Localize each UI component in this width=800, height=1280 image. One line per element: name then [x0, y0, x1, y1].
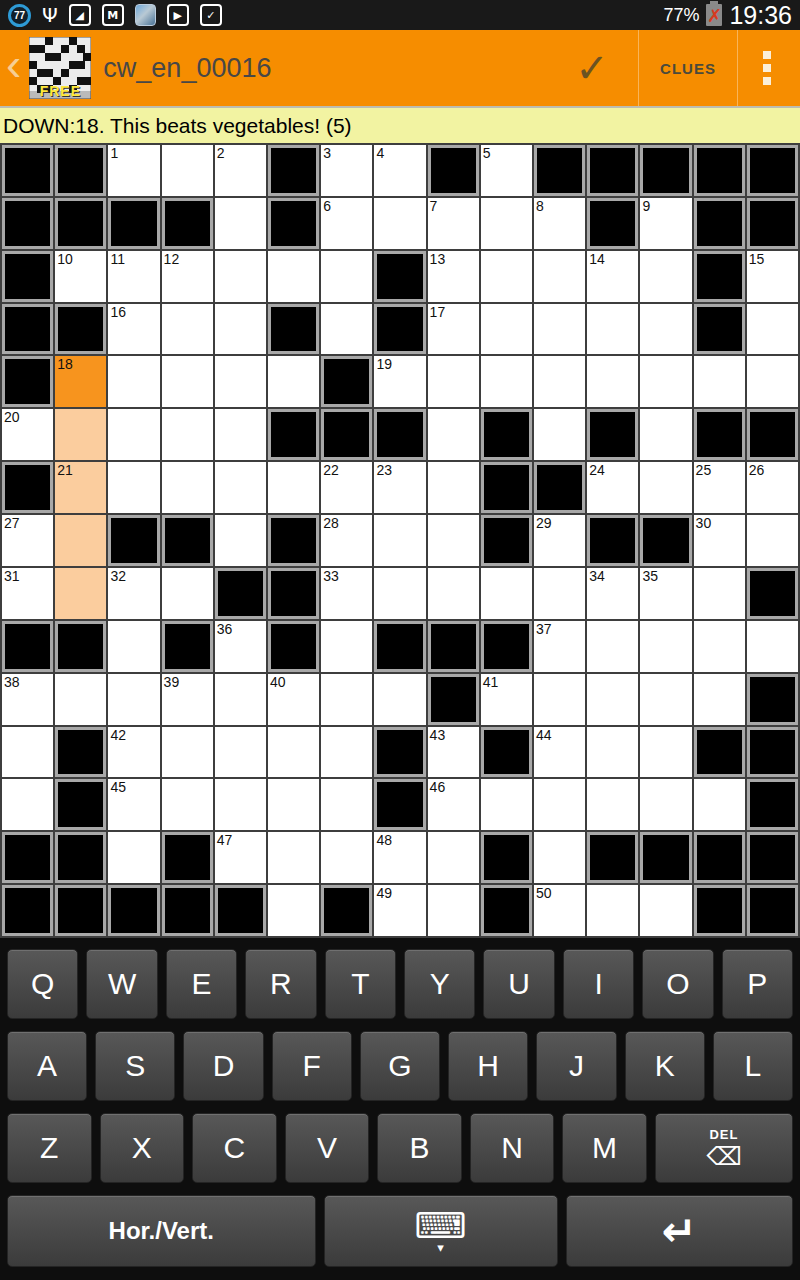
clue-number: 49: [376, 885, 392, 901]
keyboard: QWERTYUIOP ASDFGHJKL ZXCVBNM DEL ⌫ Hor./…: [0, 938, 800, 1280]
cell-r8c9[interactable]: [428, 515, 479, 566]
cell-r4c7[interactable]: [321, 304, 372, 355]
cell-r3c6[interactable]: [268, 251, 319, 302]
key-w[interactable]: W: [86, 949, 157, 1019]
orientation-toggle-button[interactable]: Hor./Vert.: [7, 1195, 316, 1267]
clue-number: 14: [589, 251, 605, 267]
cell-r5c7: [321, 356, 372, 407]
hide-keyboard-button[interactable]: ⌨ ▾: [324, 1195, 558, 1267]
clue-number: 46: [430, 779, 446, 795]
key-t[interactable]: T: [325, 949, 396, 1019]
cell-r5c4[interactable]: [162, 356, 213, 407]
cell-r14c7[interactable]: [321, 832, 372, 883]
cell-r1c14: [694, 145, 745, 196]
cell-r4c4[interactable]: [162, 304, 213, 355]
clue-number: 20: [4, 409, 20, 425]
cell-r6c8: [374, 409, 425, 460]
cell-r12c9[interactable]: 43: [428, 727, 479, 778]
clue-number: 15: [749, 251, 765, 267]
key-o[interactable]: O: [642, 949, 713, 1019]
cell-r4c2: [55, 304, 106, 355]
cell-r9c3[interactable]: 32: [108, 568, 159, 619]
battery-x-glyph: ✗: [706, 4, 722, 26]
cell-r1c8[interactable]: 4: [374, 145, 425, 196]
cell-r3c8: [374, 251, 425, 302]
clue-number: 10: [57, 251, 73, 267]
keyboard-row-4: Hor./Vert. ⌨ ▾ ↵: [3, 1195, 797, 1267]
key-p[interactable]: P: [722, 949, 793, 1019]
cell-r6c6: [268, 409, 319, 460]
cell-r12c2: [55, 727, 106, 778]
clipboard-play-icon: ▶: [167, 4, 189, 26]
cell-r7c13[interactable]: [640, 462, 691, 513]
cell-r8c10: [481, 515, 532, 566]
cell-r12c1[interactable]: [2, 727, 53, 778]
cell-r13c14[interactable]: [694, 779, 745, 830]
cell-r14c9[interactable]: [428, 832, 479, 883]
cell-r7c10: [481, 462, 532, 513]
cell-r15c14: [694, 885, 745, 936]
cell-r13c15: [747, 779, 798, 830]
clue-number: 29: [536, 515, 552, 531]
cell-r11c7[interactable]: [321, 674, 372, 725]
key-h[interactable]: H: [448, 1031, 528, 1101]
cell-r12c11[interactable]: 44: [534, 727, 585, 778]
cell-r13c5[interactable]: [215, 779, 266, 830]
cell-r1c6: [268, 145, 319, 196]
cell-r9c15: [747, 568, 798, 619]
clue-number: 43: [430, 727, 446, 743]
key-u[interactable]: U: [483, 949, 554, 1019]
cell-r13c9[interactable]: 46: [428, 779, 479, 830]
cell-r6c11[interactable]: [534, 409, 585, 460]
cell-r9c5: [215, 568, 266, 619]
cell-r6c10: [481, 409, 532, 460]
cell-r5c6[interactable]: [268, 356, 319, 407]
enter-button[interactable]: ↵: [566, 1195, 793, 1267]
cell-r11c5[interactable]: [215, 674, 266, 725]
cell-r3c1: [2, 251, 53, 302]
cell-r10c12[interactable]: [587, 621, 638, 672]
cell-r9c1[interactable]: 31: [2, 568, 53, 619]
cell-r5c13[interactable]: [640, 356, 691, 407]
check-answers-button[interactable]: ✓: [546, 30, 638, 106]
cell-r14c11[interactable]: [534, 832, 585, 883]
cell-r13c6[interactable]: [268, 779, 319, 830]
back-button[interactable]: ‹: [4, 41, 27, 95]
cell-r11c1[interactable]: 38: [2, 674, 53, 725]
cell-r9c4[interactable]: [162, 568, 213, 619]
cell-r7c9[interactable]: [428, 462, 479, 513]
clue-number: 9: [642, 198, 650, 214]
cell-r3c5[interactable]: [215, 251, 266, 302]
clue-number: 18: [57, 356, 73, 372]
cell-r7c3[interactable]: [108, 462, 159, 513]
crossword-grid: 1234567891011121314151617181920212223242…: [0, 143, 800, 938]
cell-r15c12[interactable]: [587, 885, 638, 936]
cell-r5c14[interactable]: [694, 356, 745, 407]
cell-r3c7[interactable]: [321, 251, 372, 302]
cell-r1c13: [640, 145, 691, 196]
clue-number: 23: [376, 462, 392, 478]
cell-r15c8[interactable]: 49: [374, 885, 425, 936]
cell-r2c6: [268, 198, 319, 249]
key-i[interactable]: I: [563, 949, 634, 1019]
cell-r12c12[interactable]: [587, 727, 638, 778]
cell-r10c2: [55, 621, 106, 672]
cell-r9c12[interactable]: 34: [587, 568, 638, 619]
cell-r7c6[interactable]: [268, 462, 319, 513]
cell-r11c12[interactable]: [587, 674, 638, 725]
cell-r14c5[interactable]: 47: [215, 832, 266, 883]
status-bar-right: 77% ✗ 19:36: [663, 1, 792, 30]
cell-r1c2: [55, 145, 106, 196]
cell-r15c6[interactable]: [268, 885, 319, 936]
cell-r12c7[interactable]: [321, 727, 372, 778]
cell-r6c5[interactable]: [215, 409, 266, 460]
cell-r8c15[interactable]: [747, 515, 798, 566]
cell-r2c5[interactable]: [215, 198, 266, 249]
battery-widget-icon: [135, 4, 156, 26]
cell-r13c8: [374, 779, 425, 830]
cell-r4c15[interactable]: [747, 304, 798, 355]
cell-r2c3: [108, 198, 159, 249]
cell-r13c7[interactable]: [321, 779, 372, 830]
cell-r10c10: [481, 621, 532, 672]
clue-number: 17: [430, 304, 446, 320]
cell-r1c15: [747, 145, 798, 196]
cell-r3c15[interactable]: 15: [747, 251, 798, 302]
cell-r2c10[interactable]: [481, 198, 532, 249]
cell-r11c3[interactable]: [108, 674, 159, 725]
cell-r11c14[interactable]: [694, 674, 745, 725]
cell-r9c13[interactable]: 35: [640, 568, 691, 619]
clue-number: 34: [589, 568, 605, 584]
cell-r14c3[interactable]: [108, 832, 159, 883]
cell-r4c9[interactable]: 17: [428, 304, 479, 355]
cell-r4c3[interactable]: 16: [108, 304, 159, 355]
key-k[interactable]: K: [625, 1031, 705, 1101]
cell-r15c7: [321, 885, 372, 936]
cell-r6c13[interactable]: [640, 409, 691, 460]
cell-r9c2[interactable]: [55, 568, 106, 619]
clue-number: 48: [376, 832, 392, 848]
active-clue-bar[interactable]: DOWN:18. This beats vegetables! (5): [0, 106, 800, 143]
key-r[interactable]: R: [245, 949, 316, 1019]
cell-r13c11[interactable]: [534, 779, 585, 830]
page-title: cw_en_00016: [103, 53, 546, 84]
cell-r11c2[interactable]: [55, 674, 106, 725]
cell-r8c11[interactable]: 29: [534, 515, 585, 566]
clue-number: 16: [110, 304, 126, 320]
cell-r13c3[interactable]: 45: [108, 779, 159, 830]
cell-r1c7[interactable]: 3: [321, 145, 372, 196]
chevron-down-icon: ▾: [437, 1241, 444, 1254]
cell-r7c4[interactable]: [162, 462, 213, 513]
cell-r15c2: [55, 885, 106, 936]
cell-r8c2[interactable]: [55, 515, 106, 566]
cell-r15c1: [2, 885, 53, 936]
cell-r8c8[interactable]: [374, 515, 425, 566]
cell-r10c3[interactable]: [108, 621, 159, 672]
cell-r12c5[interactable]: [215, 727, 266, 778]
cell-r12c15: [747, 727, 798, 778]
clue-number: 40: [270, 674, 286, 690]
cell-r8c4: [162, 515, 213, 566]
key-x[interactable]: X: [100, 1113, 185, 1183]
clock: 19:36: [729, 1, 792, 30]
cell-r7c15[interactable]: 26: [747, 462, 798, 513]
key-d[interactable]: D: [183, 1031, 263, 1101]
cell-r8c14[interactable]: 30: [694, 515, 745, 566]
cell-r4c10[interactable]: [481, 304, 532, 355]
clue-number: 47: [217, 832, 233, 848]
cell-r11c11[interactable]: [534, 674, 585, 725]
cell-r4c5[interactable]: [215, 304, 266, 355]
cell-r10c7[interactable]: [321, 621, 372, 672]
cell-r3c14: [694, 251, 745, 302]
cell-r2c13[interactable]: 9: [640, 198, 691, 249]
cell-r4c11[interactable]: [534, 304, 585, 355]
clue-number: 39: [164, 674, 180, 690]
cell-r2c7[interactable]: 6: [321, 198, 372, 249]
cell-r5c3[interactable]: [108, 356, 159, 407]
cell-r7c12[interactable]: 24: [587, 462, 638, 513]
key-c[interactable]: C: [192, 1113, 277, 1183]
cell-r3c9[interactable]: 13: [428, 251, 479, 302]
free-badge: FREE: [29, 83, 91, 99]
key-m[interactable]: M: [562, 1113, 647, 1183]
gmail-icon: M: [102, 4, 124, 26]
cell-r5c11[interactable]: [534, 356, 585, 407]
clue-number: 11: [110, 251, 125, 267]
cell-r9c7[interactable]: 33: [321, 568, 372, 619]
cell-r10c5[interactable]: 36: [215, 621, 266, 672]
clue-number: 38: [4, 674, 20, 690]
cell-r14c14: [694, 832, 745, 883]
cell-r3c2[interactable]: 10: [55, 251, 106, 302]
cell-r12c6[interactable]: [268, 727, 319, 778]
cell-r1c11: [534, 145, 585, 196]
cell-r11c10[interactable]: 41: [481, 674, 532, 725]
cell-r10c11[interactable]: 37: [534, 621, 585, 672]
gallery-icon: ◢: [69, 4, 91, 26]
cell-r11c8[interactable]: [374, 674, 425, 725]
keyboard-icon: ⌨: [415, 1208, 467, 1244]
backspace-icon: ⌫: [706, 1144, 741, 1169]
cell-r15c4: [162, 885, 213, 936]
cell-r14c13: [640, 832, 691, 883]
cell-r3c10[interactable]: [481, 251, 532, 302]
key-n[interactable]: N: [470, 1113, 555, 1183]
cell-r12c14: [694, 727, 745, 778]
cell-r15c9[interactable]: [428, 885, 479, 936]
cell-r8c3: [108, 515, 159, 566]
cell-r6c7: [321, 409, 372, 460]
clue-number: 22: [323, 462, 339, 478]
cell-r5c1: [2, 356, 53, 407]
battery-x-icon: ✗: [706, 4, 722, 26]
cell-r13c10[interactable]: [481, 779, 532, 830]
cell-r6c1[interactable]: 20: [2, 409, 53, 460]
cell-r6c3[interactable]: [108, 409, 159, 460]
cell-r1c9: [428, 145, 479, 196]
clue-number: 24: [589, 462, 605, 478]
cell-r10c14[interactable]: [694, 621, 745, 672]
clue-number: 44: [536, 727, 552, 743]
cell-r7c2[interactable]: 21: [55, 462, 106, 513]
cell-r8c5[interactable]: [215, 515, 266, 566]
clue-number: 12: [164, 251, 180, 267]
cell-r7c7[interactable]: 22: [321, 462, 372, 513]
cell-r8c1[interactable]: 27: [2, 515, 53, 566]
cell-r6c15: [747, 409, 798, 460]
clue-number: 3: [323, 145, 331, 161]
key-j[interactable]: J: [536, 1031, 616, 1101]
cell-r3c13[interactable]: [640, 251, 691, 302]
status-bar-left: 77 Ψ ◢ M ▶ ✓: [8, 4, 663, 27]
cell-r1c10[interactable]: 5: [481, 145, 532, 196]
cell-r10c13[interactable]: [640, 621, 691, 672]
cell-r5c9[interactable]: [428, 356, 479, 407]
clue-number: 35: [642, 568, 658, 584]
cell-r2c8[interactable]: [374, 198, 425, 249]
cell-r6c12: [587, 409, 638, 460]
cell-r13c1[interactable]: [2, 779, 53, 830]
key-b[interactable]: B: [377, 1113, 462, 1183]
cell-r2c11[interactable]: 8: [534, 198, 585, 249]
cell-r4c12[interactable]: [587, 304, 638, 355]
key-a[interactable]: A: [7, 1031, 87, 1101]
cell-r13c13[interactable]: [640, 779, 691, 830]
cell-r9c9[interactable]: [428, 568, 479, 619]
key-v[interactable]: V: [285, 1113, 370, 1183]
cell-r11c9: [428, 674, 479, 725]
cell-r6c14: [694, 409, 745, 460]
cell-r5c2[interactable]: 18: [55, 356, 106, 407]
screen: 77 Ψ ◢ M ▶ ✓ 77% ✗ 19:36 ‹: [0, 0, 800, 1280]
cell-r14c6[interactable]: [268, 832, 319, 883]
clue-number: 5: [483, 145, 491, 161]
cell-r1c1: [2, 145, 53, 196]
cell-r3c4[interactable]: 12: [162, 251, 213, 302]
cell-r7c11: [534, 462, 585, 513]
clue-number: 21: [57, 462, 73, 478]
cell-r6c4[interactable]: [162, 409, 213, 460]
cell-r15c11[interactable]: 50: [534, 885, 585, 936]
cell-r14c15: [747, 832, 798, 883]
cell-r5c8[interactable]: 19: [374, 356, 425, 407]
cell-r15c5: [215, 885, 266, 936]
clues-button[interactable]: CLUES: [639, 30, 737, 106]
cell-r5c5[interactable]: [215, 356, 266, 407]
cell-r14c10: [481, 832, 532, 883]
cell-r10c1: [2, 621, 53, 672]
cell-r2c9[interactable]: 7: [428, 198, 479, 249]
key-f[interactable]: F: [272, 1031, 352, 1101]
cell-r11c4[interactable]: 39: [162, 674, 213, 725]
cell-r8c12: [587, 515, 638, 566]
cell-r15c15: [747, 885, 798, 936]
cell-r10c9: [428, 621, 479, 672]
clue-number: 33: [323, 568, 339, 584]
cell-r9c11[interactable]: [534, 568, 585, 619]
cell-r7c8[interactable]: 23: [374, 462, 425, 513]
cell-r14c12: [587, 832, 638, 883]
clue-number: 19: [376, 356, 392, 372]
cell-r10c15[interactable]: [747, 621, 798, 672]
key-z[interactable]: Z: [7, 1113, 92, 1183]
cell-r14c8[interactable]: 48: [374, 832, 425, 883]
clue-number: 8: [536, 198, 544, 214]
cell-r2c12: [587, 198, 638, 249]
cell-r9c10[interactable]: [481, 568, 532, 619]
cell-r12c3[interactable]: 42: [108, 727, 159, 778]
cell-r6c2[interactable]: [55, 409, 106, 460]
key-del[interactable]: DEL ⌫: [655, 1113, 793, 1183]
cell-r5c10[interactable]: [481, 356, 532, 407]
active-clue-text: DOWN:18. This beats vegetables! (5): [3, 114, 352, 138]
cell-r9c14[interactable]: [694, 568, 745, 619]
key-l[interactable]: L: [713, 1031, 793, 1101]
clue-number: 37: [536, 621, 552, 637]
cell-r12c10: [481, 727, 532, 778]
key-y[interactable]: Y: [404, 949, 475, 1019]
clue-number: 26: [749, 462, 765, 478]
cell-r3c11[interactable]: [534, 251, 585, 302]
cell-r15c10: [481, 885, 532, 936]
overflow-dot: [763, 64, 771, 72]
key-q[interactable]: Q: [7, 949, 78, 1019]
cell-r15c13[interactable]: [640, 885, 691, 936]
cell-r2c15: [747, 198, 798, 249]
clue-number: 30: [696, 515, 712, 531]
cell-r1c3[interactable]: 1: [108, 145, 159, 196]
cell-r12c8: [374, 727, 425, 778]
cell-r10c4: [162, 621, 213, 672]
cell-r8c13: [640, 515, 691, 566]
key-e[interactable]: E: [166, 949, 237, 1019]
cell-r7c5[interactable]: [215, 462, 266, 513]
cell-r12c13[interactable]: [640, 727, 691, 778]
cell-r13c12[interactable]: [587, 779, 638, 830]
overflow-menu-button[interactable]: [738, 30, 796, 106]
cell-r1c4[interactable]: [162, 145, 213, 196]
battery-circle-icon: 77: [8, 4, 31, 27]
cell-r8c7[interactable]: 28: [321, 515, 372, 566]
cell-r13c4[interactable]: [162, 779, 213, 830]
cell-r11c6[interactable]: 40: [268, 674, 319, 725]
cell-r8c6: [268, 515, 319, 566]
cell-r3c3[interactable]: 11: [108, 251, 159, 302]
cell-r11c13[interactable]: [640, 674, 691, 725]
keyboard-row-1: QWERTYUIOP: [3, 949, 797, 1019]
clue-number: 45: [110, 779, 126, 795]
cell-r4c14: [694, 304, 745, 355]
cell-r1c5[interactable]: 2: [215, 145, 266, 196]
cell-r3c12[interactable]: 14: [587, 251, 638, 302]
cell-r6c9[interactable]: [428, 409, 479, 460]
key-s[interactable]: S: [95, 1031, 175, 1101]
cell-r5c15[interactable]: [747, 356, 798, 407]
cell-r5c12[interactable]: [587, 356, 638, 407]
cell-r1c12: [587, 145, 638, 196]
cell-r12c4[interactable]: [162, 727, 213, 778]
key-g[interactable]: G: [360, 1031, 440, 1101]
cell-r4c13[interactable]: [640, 304, 691, 355]
cell-r7c14[interactable]: 25: [694, 462, 745, 513]
cell-r9c8[interactable]: [374, 568, 425, 619]
